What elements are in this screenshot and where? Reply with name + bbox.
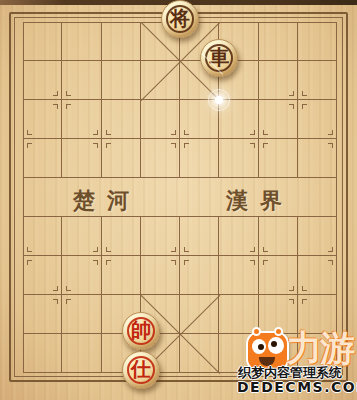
board-cell[interactable]	[102, 256, 141, 295]
board-cell[interactable]	[62, 334, 101, 373]
board-cell[interactable]	[62, 217, 101, 256]
river-label-han: 漢界	[226, 186, 294, 216]
board-cell[interactable]	[259, 22, 298, 61]
board-cell[interactable]	[62, 295, 101, 334]
board-cell[interactable]	[23, 217, 62, 256]
board-cell[interactable]	[62, 22, 101, 61]
board-cell[interactable]	[102, 61, 141, 100]
board-cell[interactable]	[219, 295, 258, 334]
board-cell[interactable]	[62, 100, 101, 139]
board-cell[interactable]	[180, 217, 219, 256]
red-general[interactable]: 帥	[122, 312, 160, 350]
board-cell[interactable]	[259, 61, 298, 100]
board-cell[interactable]	[298, 217, 337, 256]
board-cell[interactable]	[219, 217, 258, 256]
board-cell[interactable]	[259, 256, 298, 295]
board-cell[interactable]	[259, 217, 298, 256]
board-cell[interactable]	[219, 334, 258, 373]
board-cell[interactable]	[141, 256, 180, 295]
red-advisor[interactable]: 仕	[122, 351, 160, 389]
board-cell[interactable]	[219, 139, 258, 178]
black-general[interactable]: 将	[161, 0, 199, 38]
board-cell[interactable]	[23, 139, 62, 178]
board-cell[interactable]	[141, 139, 180, 178]
board-cell[interactable]	[23, 22, 62, 61]
board-cell[interactable]	[23, 295, 62, 334]
board-cell[interactable]	[141, 100, 180, 139]
board-cell[interactable]	[259, 295, 298, 334]
board-cell[interactable]	[141, 217, 180, 256]
board-cell[interactable]	[298, 256, 337, 295]
board-cell[interactable]	[180, 139, 219, 178]
board-cell[interactable]	[102, 217, 141, 256]
board-cell[interactable]	[62, 61, 101, 100]
board-cell[interactable]	[219, 256, 258, 295]
river-label-chu: 楚河	[73, 186, 141, 216]
river: 楚河 漢界	[23, 178, 337, 217]
board-cell[interactable]	[298, 61, 337, 100]
board-cell[interactable]	[298, 100, 337, 139]
board-cell[interactable]	[298, 139, 337, 178]
board-cell[interactable]	[259, 139, 298, 178]
piece-character: 帥	[131, 320, 151, 340]
board-cell[interactable]	[23, 61, 62, 100]
board-cell[interactable]	[102, 139, 141, 178]
board-cell[interactable]	[298, 295, 337, 334]
board-cell[interactable]	[298, 22, 337, 61]
board-cell[interactable]	[102, 22, 141, 61]
board-cell[interactable]	[259, 334, 298, 373]
board-cell[interactable]	[23, 334, 62, 373]
board-cell[interactable]	[298, 334, 337, 373]
piece-character: 仕	[131, 359, 151, 379]
board-cell[interactable]	[23, 100, 62, 139]
board-cell[interactable]	[102, 100, 141, 139]
board-cell[interactable]	[62, 139, 101, 178]
xiangqi-game-screen: 楚河 漢界 将車帥仕 力游 织梦内容管理系统 DEDECMS.COM	[0, 0, 357, 400]
piece-character: 将	[170, 8, 190, 28]
board-cell[interactable]	[62, 256, 101, 295]
board-cell[interactable]	[180, 256, 219, 295]
board-cell[interactable]	[23, 256, 62, 295]
board-cell[interactable]	[259, 100, 298, 139]
